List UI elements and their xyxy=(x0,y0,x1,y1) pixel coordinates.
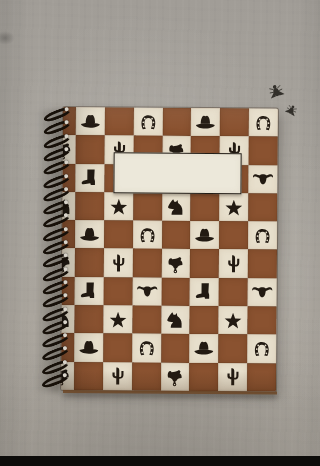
cover-cell-r9-c6 xyxy=(218,334,247,362)
horseshoe-icon xyxy=(135,337,158,360)
horseshoe-icon xyxy=(251,224,274,247)
cover-cell-r2-c7 xyxy=(249,137,278,165)
cowboy-boot-icon xyxy=(193,280,216,303)
cover-cell-r7-c3 xyxy=(132,277,161,305)
cover-cell-r6-c3 xyxy=(133,249,162,278)
cover-cell-r7-c5 xyxy=(190,278,219,306)
cover-cell-r8-c3 xyxy=(132,306,161,334)
star-icon xyxy=(222,196,245,219)
cover-cell-r9-c4 xyxy=(161,334,190,362)
cactus-icon xyxy=(107,251,130,274)
cover-cell-r7-c4 xyxy=(161,277,190,305)
cover-cell-r5-c3 xyxy=(133,221,162,249)
cover-cell-r1-c7 xyxy=(249,108,278,136)
horseshoe-icon xyxy=(136,110,159,133)
cover-cell-r9-c7 xyxy=(247,335,276,363)
cover-cell-r6-c6 xyxy=(219,250,248,279)
longhorn-skull-icon xyxy=(251,281,274,304)
cowboy-boot-icon xyxy=(78,280,101,303)
cover-cell-r1-c4 xyxy=(162,108,191,136)
cover-cell-r10-c2 xyxy=(103,362,132,390)
cover-cell-r6-c1 xyxy=(75,249,104,278)
cover-cell-r10-c7 xyxy=(247,363,276,391)
cover-cell-r1-c2 xyxy=(105,107,134,135)
cover-cell-r6-c7 xyxy=(248,250,277,279)
cover-grid xyxy=(61,107,278,391)
notebook-cover xyxy=(61,107,278,391)
cover-cell-r1-c3 xyxy=(134,107,163,135)
cover-cell-r8-c1 xyxy=(74,305,103,333)
cover-cell-r7-c2 xyxy=(103,277,132,305)
cactus-icon xyxy=(221,365,244,388)
cover-cell-r8-c2 xyxy=(103,305,132,333)
cowboy-hat-icon xyxy=(79,110,102,133)
cover-cell-r7-c6 xyxy=(219,278,248,306)
cover-cell-r4-c4 xyxy=(162,193,191,221)
cover-cell-r1-c6 xyxy=(220,108,249,136)
cover-cell-r8-c4 xyxy=(161,306,190,334)
longhorn-skull-icon xyxy=(135,280,158,303)
cover-cell-r10-c5 xyxy=(189,363,218,391)
cover-cell-r9-c1 xyxy=(74,333,103,361)
cover-cell-r1-c5 xyxy=(191,108,220,136)
star-icon xyxy=(107,195,130,218)
star-icon xyxy=(222,309,245,332)
horseshoe-icon xyxy=(250,337,273,360)
cover-cell-r4-c6 xyxy=(219,193,248,221)
cowboy-hat-icon xyxy=(77,336,100,359)
cover-cell-r10-c1 xyxy=(74,362,103,390)
cover-cell-r4-c7 xyxy=(248,193,277,221)
star-icon xyxy=(106,308,129,331)
horse-head-icon xyxy=(165,195,188,218)
cover-cell-r8-c5 xyxy=(190,306,219,334)
cactus-icon xyxy=(106,365,129,388)
cover-cell-r4-c3 xyxy=(133,192,162,220)
cover-cell-r9-c5 xyxy=(190,334,219,362)
cover-cell-r6-c4 xyxy=(161,249,190,278)
horseshoe-icon xyxy=(136,223,159,246)
cover-cell-r10-c3 xyxy=(132,362,161,390)
cover-cell-r3-c1 xyxy=(75,164,104,192)
cover-cell-r5-c1 xyxy=(75,220,104,248)
cover-cell-r8-c7 xyxy=(248,306,277,334)
cowboy-hat-icon xyxy=(193,224,216,247)
cover-cell-r5-c2 xyxy=(104,220,133,248)
cover-cell-r5-c4 xyxy=(162,221,191,249)
horse-head-icon xyxy=(164,308,187,331)
cover-cell-r3-c7 xyxy=(249,165,278,193)
cover-cell-r2-c1 xyxy=(76,135,105,163)
cover-cell-r5-c7 xyxy=(248,221,277,249)
cover-cell-r9-c3 xyxy=(132,334,161,362)
cactus-icon xyxy=(222,252,245,275)
cowboy-hat-icon xyxy=(194,111,217,134)
cover-cell-r5-c5 xyxy=(190,221,219,249)
cowboy-boot-icon xyxy=(78,166,101,189)
cover-cell-r7-c1 xyxy=(75,277,104,305)
cover-cell-r10-c6 xyxy=(218,363,247,391)
cover-cell-r4-c2 xyxy=(104,192,133,220)
saddle-icon xyxy=(164,365,187,388)
cowboy-hat-icon xyxy=(78,223,101,246)
longhorn-skull-icon xyxy=(251,168,274,191)
cover-cell-r1-c1 xyxy=(76,107,105,135)
cowboy-hat-icon xyxy=(193,337,216,360)
spiral-notebook xyxy=(61,107,278,391)
horseshoe-icon xyxy=(252,111,275,134)
cover-cell-r6-c5 xyxy=(190,249,219,278)
cover-cell-r6-c2 xyxy=(104,249,133,278)
cover-cell-r8-c6 xyxy=(219,306,248,334)
cover-cell-r4-c5 xyxy=(191,193,220,221)
cover-cell-r9-c2 xyxy=(103,334,132,362)
cover-cell-r5-c6 xyxy=(219,221,248,249)
cover-cell-r4-c1 xyxy=(75,192,104,220)
photo-of-western-notebook xyxy=(0,0,320,466)
title-label xyxy=(113,152,241,194)
cover-cell-r7-c7 xyxy=(248,278,277,306)
photo-bottom-edge xyxy=(0,456,320,466)
saddle-icon xyxy=(164,252,187,275)
cover-cell-r10-c4 xyxy=(161,362,190,390)
